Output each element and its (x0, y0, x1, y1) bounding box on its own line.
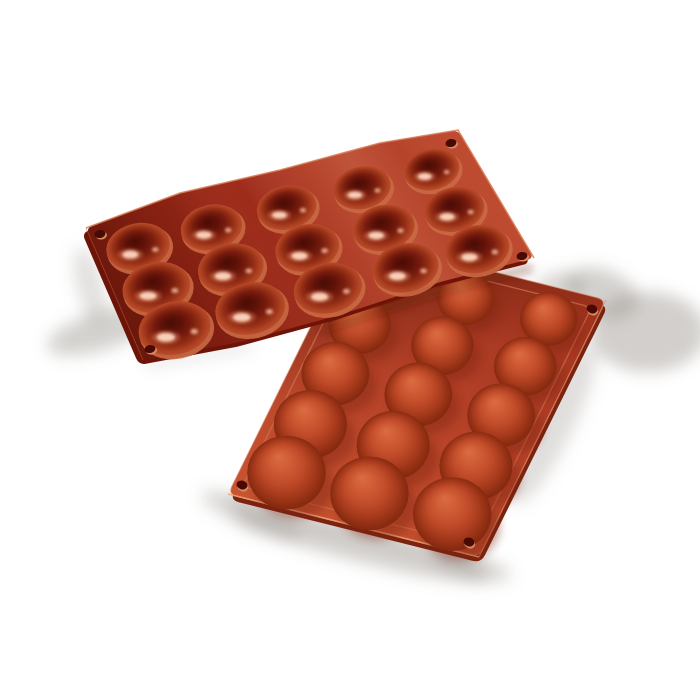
product-photo-canvas (0, 0, 700, 700)
cavity-specular-dot (343, 289, 350, 294)
cavity-specular (389, 272, 406, 280)
cavity-specular (196, 231, 212, 239)
cavity-specular (272, 211, 288, 218)
cavity-specular-dot (444, 170, 450, 174)
cavity-specular-dot (225, 228, 231, 233)
cavity-specular (461, 253, 478, 261)
cavity-specular (139, 292, 157, 300)
cavity-specular-dot (191, 329, 198, 334)
cavity-specular (311, 292, 329, 301)
cavity-specular (417, 173, 432, 180)
cavity-specular-dot (171, 288, 178, 293)
cavity-specular-dot (375, 188, 381, 192)
dome (413, 477, 492, 551)
cavity-specular (291, 252, 308, 260)
cavity-specular-dot (468, 210, 474, 214)
cavity-specular (368, 232, 384, 240)
cavity-specular (156, 333, 175, 342)
silicone-molds-photo (0, 0, 700, 700)
cavity-specular-dot (266, 309, 273, 314)
dome (330, 457, 409, 531)
cavity-specular-dot (420, 269, 427, 274)
cavity-specular (122, 251, 139, 259)
cavity-specular-dot (152, 247, 158, 252)
dome (247, 436, 326, 510)
cavity-specular (347, 191, 362, 198)
cavity-specular (439, 213, 455, 221)
cavity-specular-dot (300, 208, 306, 212)
cavity-specular (214, 272, 231, 280)
cavity-specular-dot (397, 228, 403, 233)
cavity-specular-dot (492, 250, 498, 255)
cavity-specular-dot (246, 268, 253, 273)
cavity-specular-dot (321, 248, 327, 253)
cavity-specular (233, 313, 251, 322)
